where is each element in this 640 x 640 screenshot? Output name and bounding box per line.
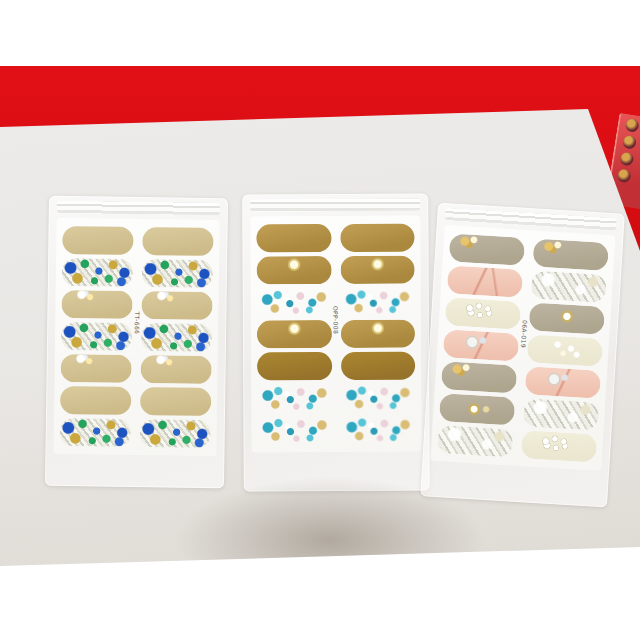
nail-sticker-tan-accent — [60, 354, 131, 383]
product-code: OPP-008 — [332, 306, 339, 334]
nail-sticker-taupe-drop — [529, 302, 606, 335]
nail-sticker-tan — [140, 387, 211, 416]
nail-sticker-gold-drop — [257, 320, 332, 348]
nail-sticker-tan-accent — [141, 291, 212, 320]
nail-sticker-gem-mosaic — [60, 418, 131, 447]
nail-sticker-tan — [62, 226, 133, 255]
round-sticker — [619, 152, 634, 167]
nail-sticker-pink-gem — [525, 366, 602, 399]
product-code: TT-666 — [133, 311, 140, 334]
round-sticker — [622, 135, 637, 150]
nail-sticker-gem-mosaic — [61, 322, 132, 351]
nail-sticker-gold — [256, 224, 331, 252]
nail-sticker-tan-accent — [61, 290, 132, 319]
nail-sticker-cream-pearl — [445, 297, 522, 330]
nail-sticker-crystal — [530, 270, 607, 303]
nail-sticker-tan — [60, 386, 131, 415]
nail-wrap-package-1: TT-666 — [45, 196, 228, 488]
nail-sticker-taupe-dots — [449, 233, 526, 266]
nail-sticker-gold — [340, 224, 415, 252]
nail-sticker-gold-drop — [340, 320, 415, 348]
nail-sticker-taupe-dots — [532, 238, 609, 271]
nail-wrap-package-3: 06A-019 — [420, 203, 625, 508]
nail-sticker-cream-pearl — [521, 430, 598, 463]
product-code: 06A-019 — [519, 320, 528, 348]
nail-sticker-gold-drop — [340, 256, 415, 284]
nail-sticker-cream-dots — [527, 334, 604, 367]
nail-sticker-gem-mosaic — [141, 323, 212, 352]
nail-sticker-gold-dark — [257, 352, 332, 380]
nail-sticker-beads — [341, 416, 416, 444]
nail-sticker-beads — [257, 384, 332, 412]
zip-seal — [250, 199, 420, 212]
nail-sticker-beads — [257, 416, 332, 444]
nail-sticker-tan — [142, 227, 213, 256]
nail-sticker-gem-mosaic — [140, 419, 211, 448]
nail-sticker-gem-mosaic — [142, 259, 213, 288]
nail-sticker-crystal — [437, 425, 514, 458]
sticker-sheet: TT-666 — [53, 218, 219, 456]
nail-sticker-pink-gem — [443, 329, 520, 362]
nail-sticker-beads — [257, 288, 332, 316]
nail-sticker-beads — [341, 384, 416, 412]
nail-wrap-package-2: OPP-008 — [242, 194, 430, 492]
nail-sticker-crystal — [523, 398, 600, 431]
nail-sticker-taupe-ring — [439, 393, 516, 426]
nail-sticker-gem-mosaic — [62, 258, 133, 287]
nail-sticker-tan-accent — [140, 355, 211, 384]
nail-sticker-gold-drop — [257, 256, 332, 284]
nail-sticker-taupe-dots — [441, 361, 518, 394]
package-grid-1 — [60, 226, 214, 448]
nail-sticker-pink-marble — [447, 265, 524, 298]
nail-sticker-gold-dark — [341, 352, 416, 380]
product-photo: TT-666 OPP-008 06A-019 — [0, 0, 640, 640]
round-sticker — [617, 168, 632, 183]
round-sticker — [625, 118, 640, 133]
nail-sticker-beads — [340, 288, 415, 316]
zip-seal — [57, 201, 220, 215]
sticker-sheet: 06A-019 — [430, 225, 615, 471]
sticker-sheet: OPP-008 — [250, 216, 421, 453]
